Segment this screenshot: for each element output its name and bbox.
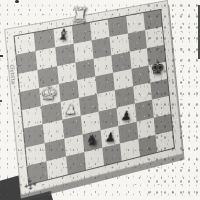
chess-board: Oyista ✚✚✚✚✚ ♝♜♚♚♟♟♞♟ (4, 0, 183, 195)
corner-emblem-stamp: ✚✚✚✚✚ (22, 178, 38, 193)
square-h1 (155, 131, 174, 152)
scan-artifact-top (15, 0, 19, 3)
scan-artifact-left-1 (0, 55, 3, 57)
white-pawn-c4: ♟ (64, 103, 77, 117)
scan-artifact-left-2 (0, 100, 2, 102)
square-b1 (47, 156, 68, 179)
board-grid: ♝♜♚♚♟♟♞♟ (15, 10, 174, 184)
square-c1 (66, 152, 86, 175)
white-rook-d8: ♜ (70, 5, 90, 25)
black-king-h5: ♚ (149, 60, 166, 78)
chessboard-photo: Oyista ✚✚✚✚✚ ♝♜♚♚♟♟♞♟ (0, 0, 200, 200)
square-d1 (84, 147, 104, 169)
black-pawn-e2: ♟ (104, 130, 117, 143)
board-tilt-wrapper: Oyista ✚✚✚✚✚ ♝♜♚♚♟♟♞♟ (7, 0, 187, 192)
square-f1 (120, 139, 139, 161)
square-g1 (138, 135, 157, 157)
black-bishop-c8: ♝ (55, 28, 70, 43)
black-knight-d2: ♞ (85, 132, 100, 148)
square-e1 (102, 143, 122, 165)
black-pawn-f3: ♟ (120, 109, 132, 122)
white-king-b5: ♚ (40, 84, 59, 103)
scan-artifact-right-edge (198, 5, 200, 59)
